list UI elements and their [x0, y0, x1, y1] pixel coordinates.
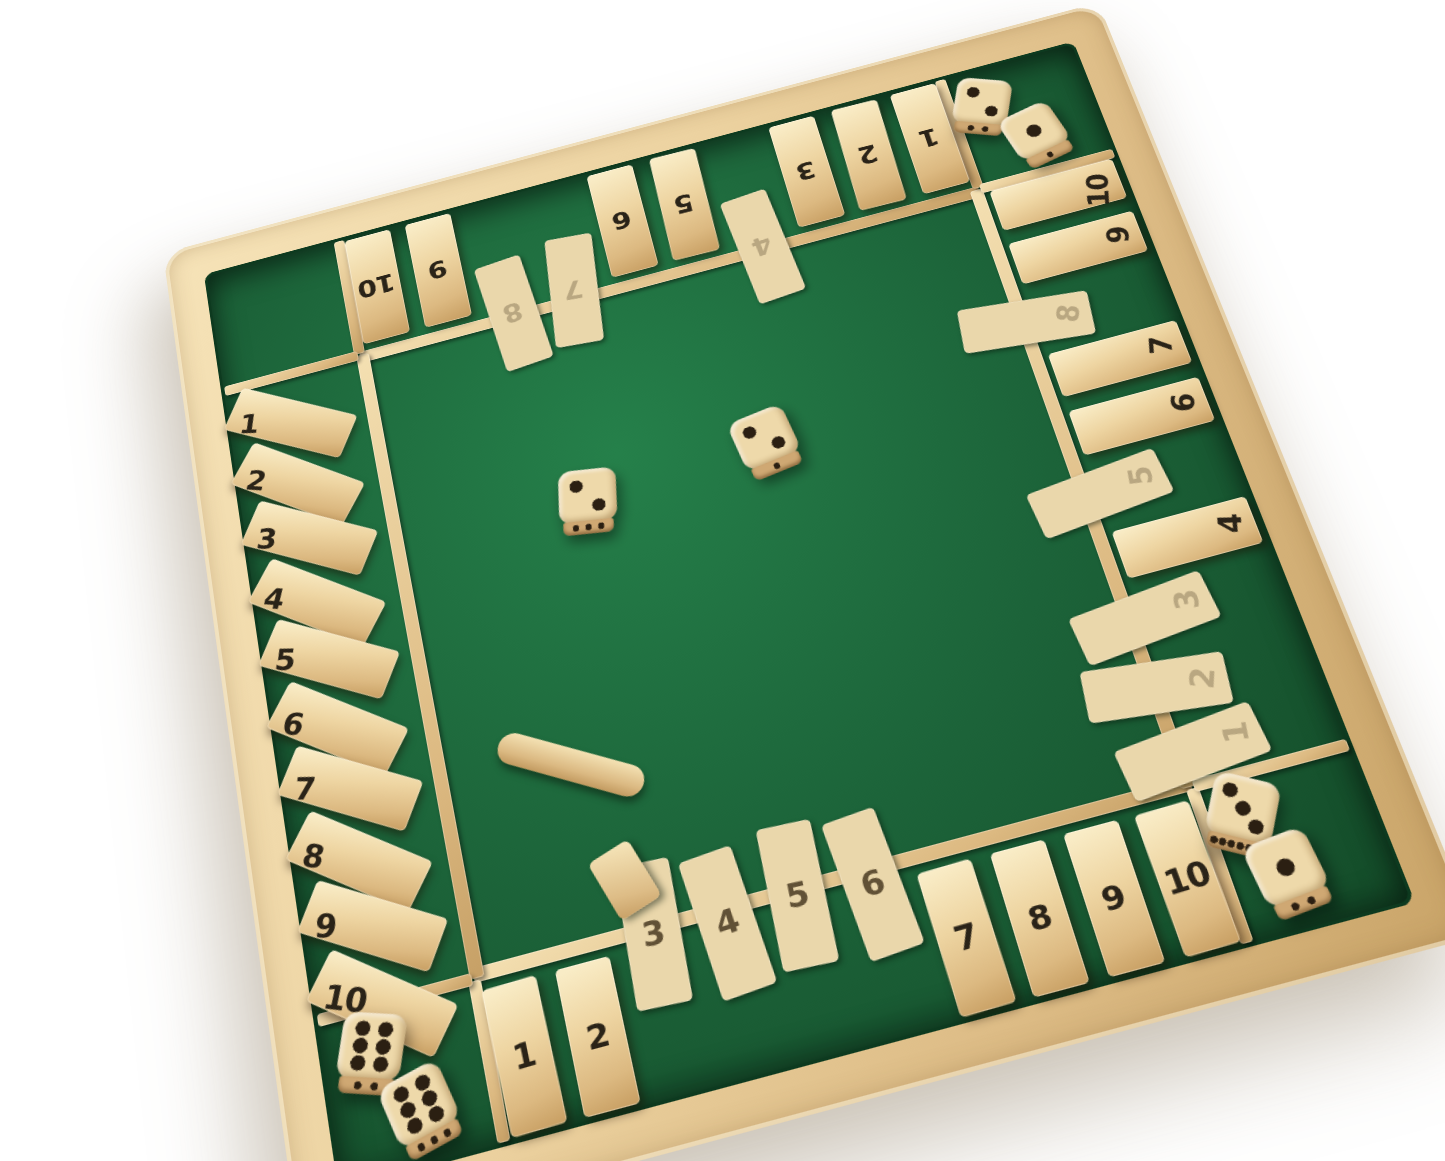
tile-number: 1: [225, 399, 355, 446]
tile-north-3[interactable]: 3: [768, 116, 845, 228]
tile-south-2[interactable]: 2: [555, 956, 641, 1118]
die-top-face: [558, 466, 618, 525]
tile-number: 8: [1033, 293, 1095, 413]
tile-number: 2: [555, 956, 641, 1118]
tile-number: 7: [544, 233, 604, 349]
tile-number: 5: [260, 634, 397, 685]
tile-number: 9: [1092, 216, 1150, 330]
tile-number: 2: [830, 99, 906, 211]
tile-number: 6: [587, 164, 659, 277]
tile-number: 7: [279, 762, 421, 815]
tile-north-5[interactable]: 5: [649, 148, 720, 261]
tile-north-6[interactable]: 6: [587, 164, 659, 277]
tile-number: 2: [230, 457, 365, 511]
die-tray-bottom-left-1[interactable]: [335, 1011, 408, 1081]
board-scene: 10 9 8 7 6 5 4 3 2 1 10 9 8 7 6 5 4 3 2 …: [84, 0, 1407, 1161]
tile-number: 6: [266, 697, 409, 759]
tile-number: 3: [768, 116, 845, 228]
tile-number: 9: [405, 213, 472, 328]
tile-west-1[interactable]: 1: [224, 388, 358, 458]
shut-the-box-board: 10 9 8 7 6 5 4 3 2 1 10 9 8 7 6 5 4 3 2 …: [163, 3, 1445, 1161]
die-top-face: [335, 1011, 408, 1081]
tile-number: 3: [242, 513, 376, 562]
tile-north-2[interactable]: 2: [830, 99, 906, 211]
tile-number: 5: [649, 148, 720, 261]
tile-north-9[interactable]: 9: [405, 213, 472, 328]
die-center-1[interactable]: [558, 466, 618, 525]
tile-number: 9: [299, 898, 445, 953]
tile-number: 4: [247, 573, 386, 631]
tile-number: 8: [285, 828, 432, 895]
tile-north-7[interactable]: 7: [544, 233, 604, 349]
